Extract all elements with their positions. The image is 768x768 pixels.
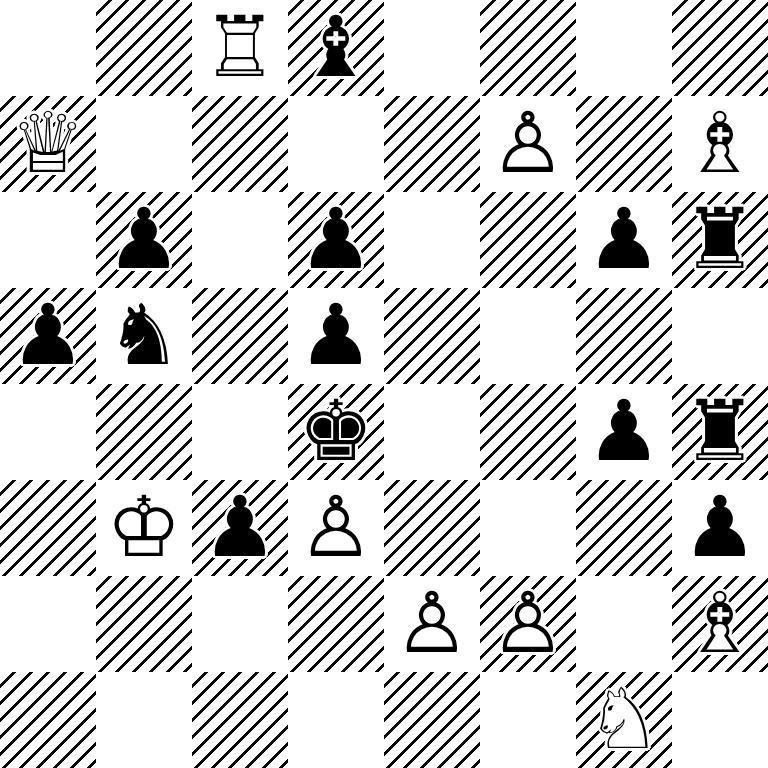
square-f1[interactable] bbox=[480, 672, 576, 768]
square-f2[interactable]: ♟♙ bbox=[480, 576, 576, 672]
square-b8[interactable] bbox=[96, 0, 192, 96]
piece-glyph: ♙ bbox=[384, 576, 480, 672]
square-e1[interactable] bbox=[384, 672, 480, 768]
piece-black-pawn: ♟♟ bbox=[576, 192, 672, 288]
piece-white-rook: ♜♖ bbox=[192, 0, 288, 96]
piece-black-king: ♚♚ bbox=[288, 384, 384, 480]
piece-glyph: ♟ bbox=[288, 288, 384, 384]
piece-white-queen: ♛♕ bbox=[0, 96, 96, 192]
square-h1[interactable] bbox=[672, 672, 768, 768]
piece-black-pawn: ♟♟ bbox=[0, 288, 96, 384]
piece-black-pawn: ♟♟ bbox=[672, 480, 768, 576]
square-f5[interactable] bbox=[480, 288, 576, 384]
square-a2[interactable] bbox=[0, 576, 96, 672]
square-d6[interactable]: ♟♟ bbox=[288, 192, 384, 288]
square-g6[interactable]: ♟♟ bbox=[576, 192, 672, 288]
square-d2[interactable] bbox=[288, 576, 384, 672]
square-e8[interactable] bbox=[384, 0, 480, 96]
square-d7[interactable] bbox=[288, 96, 384, 192]
square-c2[interactable] bbox=[192, 576, 288, 672]
square-a4[interactable] bbox=[0, 384, 96, 480]
square-a7[interactable]: ♛♕ bbox=[0, 96, 96, 192]
square-c6[interactable] bbox=[192, 192, 288, 288]
square-b3[interactable]: ♚♔ bbox=[96, 480, 192, 576]
piece-glyph: ♙ bbox=[480, 576, 576, 672]
piece-glyph: ♗ bbox=[672, 576, 768, 672]
piece-glyph: ♘ bbox=[576, 672, 672, 768]
piece-glyph: ♜ bbox=[672, 384, 768, 480]
square-g2[interactable] bbox=[576, 576, 672, 672]
square-h8[interactable] bbox=[672, 0, 768, 96]
square-b6[interactable]: ♟♟ bbox=[96, 192, 192, 288]
square-d3[interactable]: ♟♙ bbox=[288, 480, 384, 576]
chess-board: ♜♖♝♝♛♕♟♙♝♗♟♟♟♟♟♟♜♜♟♟♞♞♟♟♚♚♟♟♜♜♚♔♟♟♟♙♟♟♟♙… bbox=[0, 0, 768, 768]
square-c4[interactable] bbox=[192, 384, 288, 480]
piece-glyph: ♚ bbox=[288, 384, 384, 480]
square-e6[interactable] bbox=[384, 192, 480, 288]
square-a5[interactable]: ♟♟ bbox=[0, 288, 96, 384]
piece-white-pawn: ♟♙ bbox=[480, 576, 576, 672]
piece-glyph: ♟ bbox=[672, 480, 768, 576]
piece-glyph: ♟ bbox=[96, 192, 192, 288]
square-f6[interactable] bbox=[480, 192, 576, 288]
piece-glyph: ♟ bbox=[192, 480, 288, 576]
square-d5[interactable]: ♟♟ bbox=[288, 288, 384, 384]
piece-white-pawn: ♟♙ bbox=[288, 480, 384, 576]
square-c5[interactable] bbox=[192, 288, 288, 384]
piece-glyph: ♖ bbox=[192, 0, 288, 96]
square-d8[interactable]: ♝♝ bbox=[288, 0, 384, 96]
square-f4[interactable] bbox=[480, 384, 576, 480]
piece-black-rook: ♜♜ bbox=[672, 384, 768, 480]
square-b4[interactable] bbox=[96, 384, 192, 480]
square-g7[interactable] bbox=[576, 96, 672, 192]
piece-white-king: ♚♔ bbox=[96, 480, 192, 576]
piece-black-pawn: ♟♟ bbox=[192, 480, 288, 576]
square-g5[interactable] bbox=[576, 288, 672, 384]
square-b7[interactable] bbox=[96, 96, 192, 192]
square-e2[interactable]: ♟♙ bbox=[384, 576, 480, 672]
piece-glyph: ♗ bbox=[672, 96, 768, 192]
piece-glyph: ♙ bbox=[288, 480, 384, 576]
piece-glyph: ♟ bbox=[576, 192, 672, 288]
square-b2[interactable] bbox=[96, 576, 192, 672]
piece-white-bishop: ♝♗ bbox=[672, 96, 768, 192]
piece-black-pawn: ♟♟ bbox=[288, 192, 384, 288]
piece-glyph: ♕ bbox=[0, 96, 96, 192]
piece-white-pawn: ♟♙ bbox=[480, 96, 576, 192]
square-d4[interactable]: ♚♚ bbox=[288, 384, 384, 480]
square-f8[interactable] bbox=[480, 0, 576, 96]
square-h7[interactable]: ♝♗ bbox=[672, 96, 768, 192]
piece-white-bishop: ♝♗ bbox=[672, 576, 768, 672]
piece-glyph: ♞ bbox=[96, 288, 192, 384]
square-d1[interactable] bbox=[288, 672, 384, 768]
square-a1[interactable] bbox=[0, 672, 96, 768]
piece-glyph: ♟ bbox=[0, 288, 96, 384]
square-h2[interactable]: ♝♗ bbox=[672, 576, 768, 672]
piece-black-pawn: ♟♟ bbox=[96, 192, 192, 288]
square-h5[interactable] bbox=[672, 288, 768, 384]
piece-glyph: ♜ bbox=[672, 192, 768, 288]
square-g1[interactable]: ♞♘ bbox=[576, 672, 672, 768]
square-f3[interactable] bbox=[480, 480, 576, 576]
square-e3[interactable] bbox=[384, 480, 480, 576]
piece-white-pawn: ♟♙ bbox=[384, 576, 480, 672]
square-a8[interactable] bbox=[0, 0, 96, 96]
square-b5[interactable]: ♞♞ bbox=[96, 288, 192, 384]
square-c1[interactable] bbox=[192, 672, 288, 768]
square-a6[interactable] bbox=[0, 192, 96, 288]
piece-glyph: ♟ bbox=[288, 192, 384, 288]
piece-black-bishop: ♝♝ bbox=[288, 0, 384, 96]
square-g3[interactable] bbox=[576, 480, 672, 576]
piece-glyph: ♙ bbox=[480, 96, 576, 192]
piece-glyph: ♟ bbox=[576, 384, 672, 480]
square-a3[interactable] bbox=[0, 480, 96, 576]
square-b1[interactable] bbox=[96, 672, 192, 768]
piece-black-pawn: ♟♟ bbox=[576, 384, 672, 480]
square-f7[interactable]: ♟♙ bbox=[480, 96, 576, 192]
square-g4[interactable]: ♟♟ bbox=[576, 384, 672, 480]
square-e4[interactable] bbox=[384, 384, 480, 480]
square-h4[interactable]: ♜♜ bbox=[672, 384, 768, 480]
piece-glyph: ♝ bbox=[288, 0, 384, 96]
piece-black-pawn: ♟♟ bbox=[288, 288, 384, 384]
square-c7[interactable] bbox=[192, 96, 288, 192]
square-e7[interactable] bbox=[384, 96, 480, 192]
square-c8[interactable]: ♜♖ bbox=[192, 0, 288, 96]
square-g8[interactable] bbox=[576, 0, 672, 96]
piece-black-knight: ♞♞ bbox=[96, 288, 192, 384]
piece-white-knight: ♞♘ bbox=[576, 672, 672, 768]
piece-black-rook: ♜♜ bbox=[672, 192, 768, 288]
square-h6[interactable]: ♜♜ bbox=[672, 192, 768, 288]
square-c3[interactable]: ♟♟ bbox=[192, 480, 288, 576]
piece-glyph: ♔ bbox=[96, 480, 192, 576]
square-h3[interactable]: ♟♟ bbox=[672, 480, 768, 576]
square-e5[interactable] bbox=[384, 288, 480, 384]
